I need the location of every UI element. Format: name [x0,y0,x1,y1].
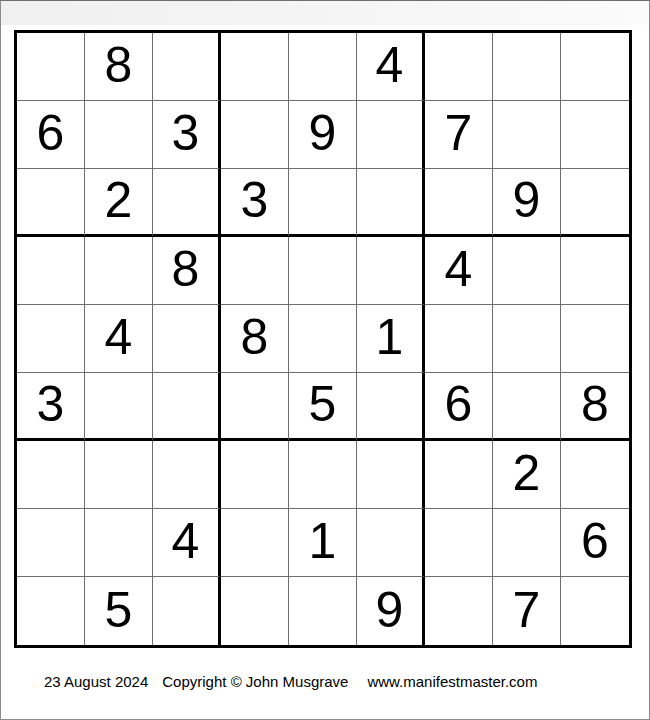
cell-r8c5-given[interactable]: 1 [289,509,357,577]
cell-r6c4-empty[interactable] [221,373,289,441]
footer: 23 August 2024Copyright © John Musgravew… [44,673,537,690]
cell-r6c7-given[interactable]: 6 [425,373,493,441]
sudoku-puzzle-page: 8463972398448135682416597 23 August 2024… [0,0,650,720]
cell-r1c3-empty[interactable] [153,33,221,101]
cell-r5c6-given[interactable]: 1 [357,305,425,373]
cell-r7c4-empty[interactable] [221,441,289,509]
cell-r4c3-given[interactable]: 8 [153,237,221,305]
cell-r4c1-empty[interactable] [17,237,85,305]
cell-r1c1-empty[interactable] [17,33,85,101]
cell-r1c9-empty[interactable] [561,33,629,101]
cell-r1c7-empty[interactable] [425,33,493,101]
cell-r8c3-given[interactable]: 4 [153,509,221,577]
footer-website: www.manifestmaster.com [367,673,537,690]
cell-r6c1-given[interactable]: 3 [17,373,85,441]
cell-r6c9-given[interactable]: 8 [561,373,629,441]
footer-date: 23 August 2024 [44,673,148,690]
cell-r7c6-empty[interactable] [357,441,425,509]
cell-r4c2-empty[interactable] [85,237,153,305]
cell-r4c4-empty[interactable] [221,237,289,305]
cell-r8c8-empty[interactable] [493,509,561,577]
cell-r4c6-empty[interactable] [357,237,425,305]
cell-r5c7-empty[interactable] [425,305,493,373]
cell-r2c7-given[interactable]: 7 [425,101,493,169]
cell-r4c8-empty[interactable] [493,237,561,305]
cell-r5c1-empty[interactable] [17,305,85,373]
cell-r3c4-given[interactable]: 3 [221,169,289,237]
cell-r3c6-empty[interactable] [357,169,425,237]
cell-r7c5-empty[interactable] [289,441,357,509]
cell-r4c9-empty[interactable] [561,237,629,305]
cell-r2c5-given[interactable]: 9 [289,101,357,169]
cell-r3c7-empty[interactable] [425,169,493,237]
cell-r7c8-given[interactable]: 2 [493,441,561,509]
cell-r9c1-empty[interactable] [17,577,85,645]
cell-r6c2-empty[interactable] [85,373,153,441]
cell-r3c8-given[interactable]: 9 [493,169,561,237]
cell-r5c8-empty[interactable] [493,305,561,373]
cell-r5c5-empty[interactable] [289,305,357,373]
cell-r7c3-empty[interactable] [153,441,221,509]
cell-r8c4-empty[interactable] [221,509,289,577]
cell-r3c1-empty[interactable] [17,169,85,237]
cell-r9c3-empty[interactable] [153,577,221,645]
cell-r9c5-empty[interactable] [289,577,357,645]
footer-copyright: Copyright © John Musgrave [162,673,348,690]
cell-r3c2-given[interactable]: 2 [85,169,153,237]
cell-r6c3-empty[interactable] [153,373,221,441]
cell-r2c9-empty[interactable] [561,101,629,169]
cell-r9c4-empty[interactable] [221,577,289,645]
cell-r8c2-empty[interactable] [85,509,153,577]
cell-r1c2-given[interactable]: 8 [85,33,153,101]
cell-r1c8-empty[interactable] [493,33,561,101]
cell-r6c5-given[interactable]: 5 [289,373,357,441]
cell-r7c9-empty[interactable] [561,441,629,509]
cell-r9c9-empty[interactable] [561,577,629,645]
header-strip [1,1,649,25]
cell-r8c7-empty[interactable] [425,509,493,577]
cell-r1c6-given[interactable]: 4 [357,33,425,101]
cell-r7c7-empty[interactable] [425,441,493,509]
cell-r9c8-given[interactable]: 7 [493,577,561,645]
cell-r7c1-empty[interactable] [17,441,85,509]
cell-r4c5-empty[interactable] [289,237,357,305]
cell-r2c6-empty[interactable] [357,101,425,169]
cell-r8c1-empty[interactable] [17,509,85,577]
cell-r9c2-given[interactable]: 5 [85,577,153,645]
cell-r4c7-given[interactable]: 4 [425,237,493,305]
cell-r3c3-empty[interactable] [153,169,221,237]
cell-r5c2-given[interactable]: 4 [85,305,153,373]
cell-r9c7-empty[interactable] [425,577,493,645]
cell-r7c2-empty[interactable] [85,441,153,509]
cell-r6c8-empty[interactable] [493,373,561,441]
cell-r2c1-given[interactable]: 6 [17,101,85,169]
cell-r8c6-empty[interactable] [357,509,425,577]
cell-r5c4-given[interactable]: 8 [221,305,289,373]
cell-r5c9-empty[interactable] [561,305,629,373]
cell-r6c6-empty[interactable] [357,373,425,441]
cell-r8c9-given[interactable]: 6 [561,509,629,577]
cell-r1c5-empty[interactable] [289,33,357,101]
cell-r3c5-empty[interactable] [289,169,357,237]
cell-r2c4-empty[interactable] [221,101,289,169]
sudoku-grid: 8463972398448135682416597 [14,30,632,648]
cell-r1c4-empty[interactable] [221,33,289,101]
cell-r2c8-empty[interactable] [493,101,561,169]
cell-r9c6-given[interactable]: 9 [357,577,425,645]
cell-r2c2-empty[interactable] [85,101,153,169]
cell-r3c9-empty[interactable] [561,169,629,237]
cell-r5c3-empty[interactable] [153,305,221,373]
cell-r2c3-given[interactable]: 3 [153,101,221,169]
